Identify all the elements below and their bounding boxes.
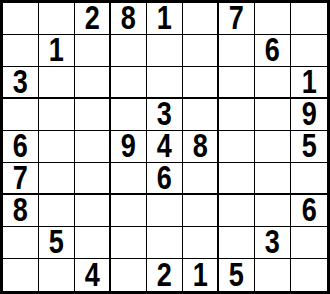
cell-r6c2[interactable] bbox=[39, 163, 75, 195]
cell-r3c6[interactable] bbox=[183, 67, 219, 99]
cell-r2c7[interactable] bbox=[219, 35, 255, 67]
given-digit: 7 bbox=[13, 163, 28, 195]
cell-r9c1[interactable] bbox=[3, 259, 39, 291]
cell-r3c9[interactable]: 1 bbox=[291, 67, 327, 99]
given-digit: 7 bbox=[229, 3, 244, 35]
cell-r6c1[interactable]: 7 bbox=[3, 163, 39, 195]
cell-r1c9[interactable] bbox=[291, 3, 327, 35]
given-digit: 4 bbox=[84, 259, 99, 291]
cell-r8c1[interactable] bbox=[3, 227, 39, 259]
given-digit: 6 bbox=[157, 163, 172, 195]
cell-r8c2[interactable]: 5 bbox=[39, 227, 75, 259]
given-digit: 2 bbox=[157, 259, 172, 291]
sudoku-page: 2817163139694857686534215 bbox=[0, 0, 330, 294]
given-digit: 5 bbox=[229, 259, 244, 291]
cell-r1c2[interactable] bbox=[39, 3, 75, 35]
cell-r5c6[interactable]: 8 bbox=[183, 131, 219, 163]
cell-r9c9[interactable] bbox=[291, 259, 327, 291]
cell-r1c4[interactable]: 8 bbox=[111, 3, 147, 35]
cell-r1c5[interactable]: 1 bbox=[147, 3, 183, 35]
cell-r3c2[interactable] bbox=[39, 67, 75, 99]
sudoku-board: 2817163139694857686534215 bbox=[0, 0, 330, 294]
cell-r8c5[interactable] bbox=[147, 227, 183, 259]
given-digit: 2 bbox=[84, 3, 99, 35]
given-digit: 1 bbox=[192, 259, 207, 291]
given-digit: 3 bbox=[13, 67, 28, 99]
cell-r5c5[interactable]: 4 bbox=[147, 131, 183, 163]
cell-r2c6[interactable] bbox=[183, 35, 219, 67]
cell-r6c9[interactable] bbox=[291, 163, 327, 195]
cell-r1c1[interactable] bbox=[3, 3, 39, 35]
cell-r4c3[interactable] bbox=[75, 99, 111, 131]
cell-r3c3[interactable] bbox=[75, 67, 111, 99]
cell-r9c6[interactable]: 1 bbox=[183, 259, 219, 291]
cell-r3c4[interactable] bbox=[111, 67, 147, 99]
cell-r8c4[interactable] bbox=[111, 227, 147, 259]
cell-r7c5[interactable] bbox=[147, 195, 183, 227]
cell-r4c7[interactable] bbox=[219, 99, 255, 131]
given-digit: 9 bbox=[121, 131, 136, 163]
given-digit: 1 bbox=[157, 3, 172, 35]
cell-r4c9[interactable]: 9 bbox=[291, 99, 327, 131]
cell-r7c2[interactable] bbox=[39, 195, 75, 227]
given-digit: 9 bbox=[301, 99, 316, 131]
given-digit: 1 bbox=[49, 35, 64, 67]
cell-r6c4[interactable] bbox=[111, 163, 147, 195]
cell-r7c9[interactable]: 6 bbox=[291, 195, 327, 227]
cell-r8c9[interactable] bbox=[291, 227, 327, 259]
cell-r8c8[interactable]: 3 bbox=[255, 227, 291, 259]
cell-r4c8[interactable] bbox=[255, 99, 291, 131]
cell-r2c5[interactable] bbox=[147, 35, 183, 67]
cell-r9c3[interactable]: 4 bbox=[75, 259, 111, 291]
cell-r9c8[interactable] bbox=[255, 259, 291, 291]
given-digit: 8 bbox=[13, 195, 28, 227]
given-digit: 4 bbox=[157, 131, 172, 163]
given-digit: 6 bbox=[265, 35, 280, 67]
given-digit: 5 bbox=[301, 131, 316, 163]
cell-r7c8[interactable] bbox=[255, 195, 291, 227]
cell-r7c6[interactable] bbox=[183, 195, 219, 227]
cell-r3c7[interactable] bbox=[219, 67, 255, 99]
cell-r6c7[interactable] bbox=[219, 163, 255, 195]
given-digit: 6 bbox=[13, 131, 28, 163]
cell-r7c4[interactable] bbox=[111, 195, 147, 227]
cell-r3c1[interactable]: 3 bbox=[3, 67, 39, 99]
given-digit: 5 bbox=[49, 227, 64, 259]
cell-r4c2[interactable] bbox=[39, 99, 75, 131]
cell-r4c5[interactable]: 3 bbox=[147, 99, 183, 131]
cell-r8c7[interactable] bbox=[219, 227, 255, 259]
cell-r2c1[interactable] bbox=[3, 35, 39, 67]
cell-r5c3[interactable] bbox=[75, 131, 111, 163]
cell-r3c8[interactable] bbox=[255, 67, 291, 99]
cell-r3c5[interactable] bbox=[147, 67, 183, 99]
cell-r1c3[interactable]: 2 bbox=[75, 3, 111, 35]
cell-r2c9[interactable] bbox=[291, 35, 327, 67]
cell-r6c3[interactable] bbox=[75, 163, 111, 195]
cell-r4c1[interactable] bbox=[3, 99, 39, 131]
given-digit: 6 bbox=[301, 195, 316, 227]
given-digit: 8 bbox=[121, 3, 136, 35]
cell-r4c6[interactable] bbox=[183, 99, 219, 131]
cell-r9c2[interactable] bbox=[39, 259, 75, 291]
cell-r9c4[interactable] bbox=[111, 259, 147, 291]
cell-r8c6[interactable] bbox=[183, 227, 219, 259]
cell-r6c8[interactable] bbox=[255, 163, 291, 195]
cell-r2c8[interactable]: 6 bbox=[255, 35, 291, 67]
cell-r1c8[interactable] bbox=[255, 3, 291, 35]
given-digit: 1 bbox=[301, 67, 316, 99]
cell-r9c7[interactable]: 5 bbox=[219, 259, 255, 291]
cell-r1c6[interactable] bbox=[183, 3, 219, 35]
cell-r5c9[interactable]: 5 bbox=[291, 131, 327, 163]
cell-r7c3[interactable] bbox=[75, 195, 111, 227]
cell-r5c1[interactable]: 6 bbox=[3, 131, 39, 163]
cell-r5c8[interactable] bbox=[255, 131, 291, 163]
cell-r7c7[interactable] bbox=[219, 195, 255, 227]
cell-r2c3[interactable] bbox=[75, 35, 111, 67]
cell-r8c3[interactable] bbox=[75, 227, 111, 259]
cell-r9c5[interactable]: 2 bbox=[147, 259, 183, 291]
given-digit: 8 bbox=[192, 131, 207, 163]
given-digit: 3 bbox=[157, 99, 172, 131]
cell-r7c1[interactable]: 8 bbox=[3, 195, 39, 227]
cell-r5c2[interactable] bbox=[39, 131, 75, 163]
cell-r1c7[interactable]: 7 bbox=[219, 3, 255, 35]
cell-r2c2[interactable]: 1 bbox=[39, 35, 75, 67]
cell-r5c7[interactable] bbox=[219, 131, 255, 163]
cell-r5c4[interactable]: 9 bbox=[111, 131, 147, 163]
cell-r2c4[interactable] bbox=[111, 35, 147, 67]
cell-r6c6[interactable] bbox=[183, 163, 219, 195]
cell-r4c4[interactable] bbox=[111, 99, 147, 131]
cell-r6c5[interactable]: 6 bbox=[147, 163, 183, 195]
given-digit: 3 bbox=[265, 227, 280, 259]
